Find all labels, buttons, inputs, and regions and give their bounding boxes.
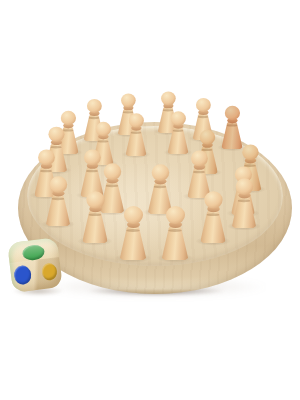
peg-group [232, 178, 256, 228]
peg-head [84, 149, 101, 165]
product-photo [0, 0, 300, 400]
peg-head [191, 150, 208, 166]
die-dot-blue [13, 265, 32, 286]
peg-outer-9[interactable] [231, 174, 257, 228]
peg-group [126, 113, 147, 156]
peg-head [49, 176, 66, 193]
peg-body [201, 209, 226, 243]
peg-head [38, 149, 55, 165]
peg-head [170, 111, 185, 125]
peg-head [86, 191, 104, 208]
peg-head [48, 127, 64, 142]
peg-body [83, 209, 108, 243]
peg-head [199, 130, 215, 145]
peg-head [151, 164, 168, 181]
peg-inner-2[interactable] [123, 102, 149, 156]
peg-outer-14[interactable] [45, 172, 71, 226]
peg-group [83, 191, 108, 243]
pegs-layer [0, 0, 300, 400]
peg-head [235, 178, 252, 195]
peg-outer-13[interactable] [82, 189, 108, 243]
peg-head [204, 191, 222, 208]
peg-head [166, 206, 185, 224]
peg-group [201, 191, 226, 243]
peg-head [103, 163, 120, 180]
peg-outer-12[interactable] [120, 206, 146, 260]
peg-outer-11[interactable] [162, 206, 188, 260]
peg-body [126, 128, 147, 156]
peg-head [124, 206, 143, 224]
peg-head [224, 106, 239, 120]
peg-group [120, 206, 146, 260]
color-die[interactable] [8, 240, 66, 296]
peg-body [162, 225, 188, 260]
peg-group [162, 206, 188, 260]
peg-head [128, 113, 143, 127]
peg-head [196, 98, 211, 112]
peg-group [46, 176, 70, 226]
die-cube [7, 237, 63, 293]
peg-body [120, 225, 146, 260]
die-dot-yellow [41, 262, 58, 281]
peg-head [95, 122, 110, 136]
peg-body [232, 196, 256, 228]
peg-head [242, 145, 258, 160]
die-dot-green [22, 244, 46, 262]
peg-body [46, 194, 70, 226]
peg-outer-10[interactable] [200, 189, 226, 243]
